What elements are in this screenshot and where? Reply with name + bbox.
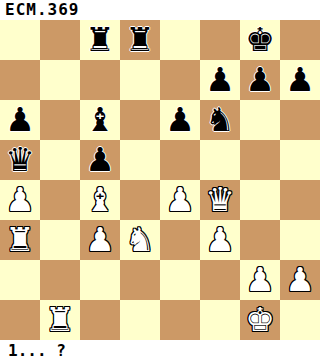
square-h1[interactable] — [280, 300, 320, 340]
square-g8[interactable]: ♚ — [240, 20, 280, 60]
square-h8[interactable] — [280, 20, 320, 60]
square-c2[interactable] — [80, 260, 120, 300]
square-h6[interactable] — [280, 100, 320, 140]
square-f6[interactable]: ♞ — [200, 100, 240, 140]
black-pawn-piece: ♟ — [85, 140, 115, 180]
white-pawn-piece: ♟ — [245, 260, 275, 300]
square-c8[interactable]: ♜ — [80, 20, 120, 60]
black-pawn-piece: ♟ — [285, 60, 315, 100]
square-a4[interactable]: ♟ — [0, 180, 40, 220]
square-c6[interactable]: ♝ — [80, 100, 120, 140]
square-d7[interactable] — [120, 60, 160, 100]
square-c5[interactable]: ♟ — [80, 140, 120, 180]
square-c7[interactable] — [80, 60, 120, 100]
square-g1[interactable]: ♚ — [240, 300, 280, 340]
black-rook-piece: ♜ — [85, 20, 115, 60]
square-h5[interactable] — [280, 140, 320, 180]
square-a5[interactable]: ♛ — [0, 140, 40, 180]
square-f1[interactable] — [200, 300, 240, 340]
chess-board: ♜♜♚♟♟♟♟♝♟♞♛♟♟♝♟♛♜♟♞♟♟♟♜♚ — [0, 20, 320, 340]
square-f3[interactable]: ♟ — [200, 220, 240, 260]
square-g6[interactable] — [240, 100, 280, 140]
square-e1[interactable] — [160, 300, 200, 340]
square-d8[interactable]: ♜ — [120, 20, 160, 60]
square-b1[interactable]: ♜ — [40, 300, 80, 340]
square-b5[interactable] — [40, 140, 80, 180]
square-d5[interactable] — [120, 140, 160, 180]
black-bishop-piece: ♝ — [85, 100, 115, 140]
white-pawn-piece: ♟ — [5, 180, 35, 220]
black-pawn-piece: ♟ — [5, 100, 35, 140]
square-a6[interactable]: ♟ — [0, 100, 40, 140]
square-e3[interactable] — [160, 220, 200, 260]
square-b2[interactable] — [40, 260, 80, 300]
square-f7[interactable]: ♟ — [200, 60, 240, 100]
white-pawn-piece: ♟ — [165, 180, 195, 220]
square-b3[interactable] — [40, 220, 80, 260]
square-g5[interactable] — [240, 140, 280, 180]
square-d6[interactable] — [120, 100, 160, 140]
square-g2[interactable]: ♟ — [240, 260, 280, 300]
square-d1[interactable] — [120, 300, 160, 340]
square-a7[interactable] — [0, 60, 40, 100]
square-f8[interactable] — [200, 20, 240, 60]
square-e2[interactable] — [160, 260, 200, 300]
square-g7[interactable]: ♟ — [240, 60, 280, 100]
square-f4[interactable]: ♛ — [200, 180, 240, 220]
black-pawn-piece: ♟ — [165, 100, 195, 140]
white-pawn-piece: ♟ — [285, 260, 315, 300]
square-e7[interactable] — [160, 60, 200, 100]
square-d4[interactable] — [120, 180, 160, 220]
square-h4[interactable] — [280, 180, 320, 220]
square-d2[interactable] — [120, 260, 160, 300]
black-rook-piece: ♜ — [125, 20, 155, 60]
square-f5[interactable] — [200, 140, 240, 180]
square-b7[interactable] — [40, 60, 80, 100]
square-e4[interactable]: ♟ — [160, 180, 200, 220]
page-title: ECM.369 — [0, 0, 320, 20]
square-d3[interactable]: ♞ — [120, 220, 160, 260]
square-e8[interactable] — [160, 20, 200, 60]
square-e5[interactable] — [160, 140, 200, 180]
square-c3[interactable]: ♟ — [80, 220, 120, 260]
square-g4[interactable] — [240, 180, 280, 220]
black-king-piece: ♚ — [245, 20, 275, 60]
square-b6[interactable] — [40, 100, 80, 140]
square-f2[interactable] — [200, 260, 240, 300]
black-pawn-piece: ♟ — [245, 60, 275, 100]
square-a2[interactable] — [0, 260, 40, 300]
square-a3[interactable]: ♜ — [0, 220, 40, 260]
white-knight-piece: ♞ — [125, 220, 155, 260]
square-c1[interactable] — [80, 300, 120, 340]
square-g3[interactable] — [240, 220, 280, 260]
white-bishop-piece: ♝ — [85, 180, 115, 220]
white-rook-piece: ♜ — [5, 220, 35, 260]
square-h3[interactable] — [280, 220, 320, 260]
white-pawn-piece: ♟ — [205, 220, 235, 260]
square-h7[interactable]: ♟ — [280, 60, 320, 100]
square-a1[interactable] — [0, 300, 40, 340]
black-knight-piece: ♞ — [205, 100, 235, 140]
square-a8[interactable] — [0, 20, 40, 60]
square-b4[interactable] — [40, 180, 80, 220]
square-b8[interactable] — [40, 20, 80, 60]
white-pawn-piece: ♟ — [85, 220, 115, 260]
square-c4[interactable]: ♝ — [80, 180, 120, 220]
move-prompt: 1... ? — [0, 340, 320, 360]
white-queen-piece: ♛ — [205, 180, 235, 220]
black-pawn-piece: ♟ — [205, 60, 235, 100]
square-e6[interactable]: ♟ — [160, 100, 200, 140]
square-h2[interactable]: ♟ — [280, 260, 320, 300]
white-king-piece: ♚ — [245, 300, 275, 340]
black-queen-piece: ♛ — [5, 140, 35, 180]
white-rook-piece: ♜ — [45, 300, 75, 340]
